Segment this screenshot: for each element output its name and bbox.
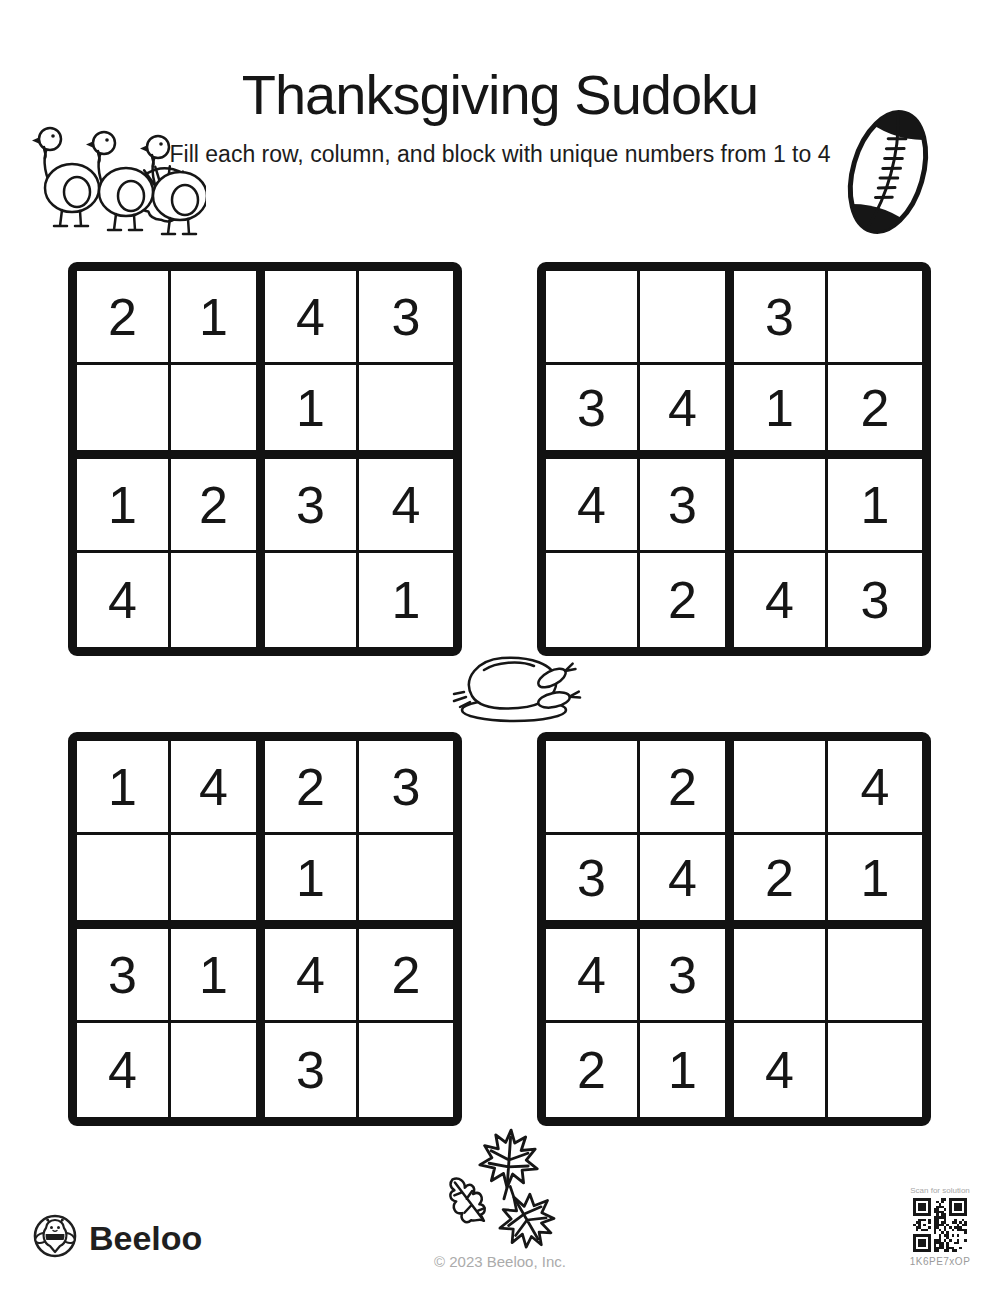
sudoku-cell-given: 1: [265, 365, 359, 459]
sudoku-cell-given: 3: [546, 365, 640, 459]
sudoku-cell-empty[interactable]: [171, 553, 265, 647]
sudoku-cell-given: 4: [640, 365, 734, 459]
sudoku-cell-given: 1: [77, 459, 171, 553]
sudoku-cell-given: 3: [359, 741, 453, 835]
sudoku-cell-given: 4: [640, 835, 734, 929]
autumn-leaves-icon: [441, 1120, 569, 1258]
sudoku-cell-empty[interactable]: [828, 271, 922, 365]
sudoku-cell-given: 2: [265, 741, 359, 835]
qr-block: Scan for solution 1K6PE7xOP: [895, 1186, 985, 1267]
sudoku-cell-given: 4: [77, 553, 171, 647]
sudoku-cell-given: 2: [77, 271, 171, 365]
sudoku-cell-empty[interactable]: [359, 835, 453, 929]
sudoku-cell-empty[interactable]: [828, 1023, 922, 1117]
sudoku-cell-empty[interactable]: [734, 459, 828, 553]
sudoku-cell-given: 4: [828, 741, 922, 835]
sudoku-cell-empty[interactable]: [77, 365, 171, 459]
sudoku-cell-empty[interactable]: [546, 271, 640, 365]
sudoku-cell-given: 4: [265, 929, 359, 1023]
sudoku-cell-given: 2: [546, 1023, 640, 1117]
worksheet-page: Thanksgiving Sudoku Fill each row, colum…: [0, 0, 1000, 1294]
sudoku-grid-3: 14231314243: [68, 732, 462, 1126]
sudoku-cell-given: 3: [828, 553, 922, 647]
qr-code: [913, 1198, 967, 1252]
sudoku-cell-given: 4: [734, 1023, 828, 1117]
sudoku-cell-empty[interactable]: [734, 929, 828, 1023]
sudoku-cell-empty[interactable]: [171, 1023, 265, 1117]
roast-turkey-icon: [450, 648, 582, 726]
sudoku-cell-given: 2: [640, 553, 734, 647]
sudoku-cell-empty[interactable]: [828, 929, 922, 1023]
sudoku-grid-1: 21431123441: [68, 262, 462, 656]
sudoku-cell-given: 1: [77, 741, 171, 835]
sudoku-cell-empty[interactable]: [359, 365, 453, 459]
sudoku-grid-4: 24342143214: [537, 732, 931, 1126]
sudoku-cell-empty[interactable]: [734, 741, 828, 835]
sudoku-cell-given: 4: [734, 553, 828, 647]
sudoku-cell-given: 2: [640, 741, 734, 835]
sudoku-cell-given: 4: [546, 459, 640, 553]
sudoku-cell-given: 4: [265, 271, 359, 365]
sudoku-cell-given: 3: [640, 929, 734, 1023]
three-turkeys-icon: [28, 106, 206, 238]
sudoku-cell-given: 1: [828, 459, 922, 553]
sudoku-cell-given: 3: [265, 1023, 359, 1117]
sudoku-cell-empty[interactable]: [77, 835, 171, 929]
sudoku-cell-empty[interactable]: [171, 365, 265, 459]
sudoku-cell-given: 4: [359, 459, 453, 553]
sudoku-cell-given: 3: [546, 835, 640, 929]
copyright-text: © 2023 Beeloo, Inc.: [0, 1253, 1000, 1270]
sudoku-cell-given: 1: [828, 835, 922, 929]
sudoku-cell-empty[interactable]: [546, 741, 640, 835]
sudoku-cell-given: 2: [171, 459, 265, 553]
qr-code-id: 1K6PE7xOP: [895, 1256, 985, 1267]
sudoku-cell-given: 2: [828, 365, 922, 459]
sudoku-cell-given: 4: [546, 929, 640, 1023]
sudoku-cell-given: 3: [640, 459, 734, 553]
qr-label: Scan for solution: [895, 1186, 985, 1195]
sudoku-cell-given: 1: [734, 365, 828, 459]
sudoku-grid-2: 33412431243: [537, 262, 931, 656]
sudoku-cell-empty[interactable]: [640, 271, 734, 365]
football-icon: [838, 102, 938, 244]
sudoku-cell-given: 1: [171, 929, 265, 1023]
sudoku-cell-given: 3: [734, 271, 828, 365]
sudoku-cell-empty[interactable]: [546, 553, 640, 647]
sudoku-cell-empty[interactable]: [359, 1023, 453, 1117]
sudoku-cell-given: 3: [77, 929, 171, 1023]
sudoku-cell-given: 1: [359, 553, 453, 647]
sudoku-cell-given: 2: [734, 835, 828, 929]
sudoku-cell-empty[interactable]: [171, 835, 265, 929]
sudoku-cell-given: 3: [265, 459, 359, 553]
sudoku-cell-empty[interactable]: [265, 553, 359, 647]
sudoku-cell-given: 2: [359, 929, 453, 1023]
sudoku-cell-given: 1: [640, 1023, 734, 1117]
sudoku-cell-given: 4: [77, 1023, 171, 1117]
sudoku-cell-given: 3: [359, 271, 453, 365]
brand-name: Beeloo: [89, 1219, 202, 1258]
sudoku-cell-given: 4: [171, 741, 265, 835]
sudoku-cell-given: 1: [171, 271, 265, 365]
sudoku-cell-given: 1: [265, 835, 359, 929]
